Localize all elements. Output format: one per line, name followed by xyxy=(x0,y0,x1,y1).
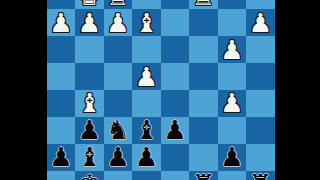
square-c2[interactable] xyxy=(189,9,218,36)
piece-white-pawn-e4[interactable]: ♟ xyxy=(132,63,161,90)
square-d1[interactable] xyxy=(161,0,190,9)
square-h6[interactable] xyxy=(47,117,76,144)
square-f4[interactable] xyxy=(104,63,133,90)
square-g4[interactable] xyxy=(75,63,104,90)
piece-black-pawn-g6[interactable]: ♟ xyxy=(75,117,104,144)
black-pawn-glyph: ♟ xyxy=(49,142,72,172)
white-bishop-glyph: ♝ xyxy=(135,8,158,38)
square-h5[interactable] xyxy=(47,90,76,117)
piece-white-rook-c1[interactable]: ♜ xyxy=(189,0,218,9)
black-bishop-glyph: ♝ xyxy=(78,142,101,172)
square-c4[interactable] xyxy=(189,63,218,90)
square-h3[interactable] xyxy=(47,36,76,63)
piece-white-pawn-g2[interactable]: ♟ xyxy=(75,9,104,36)
black-pawn-glyph: ♟ xyxy=(220,142,243,172)
square-b4[interactable] xyxy=(218,63,247,90)
piece-black-rook-a8[interactable]: ♜ xyxy=(246,171,275,180)
white-pawn-glyph: ♟ xyxy=(220,35,243,65)
square-a6[interactable] xyxy=(246,117,275,144)
piece-white-pawn-b3[interactable]: ♟ xyxy=(218,36,247,63)
square-c6[interactable] xyxy=(189,117,218,144)
piece-white-bishop-e2[interactable]: ♝ xyxy=(132,9,161,36)
square-e5[interactable] xyxy=(132,90,161,117)
piece-white-bishop-g5[interactable]: ♝ xyxy=(75,90,104,117)
black-pawn-glyph: ♟ xyxy=(78,115,101,145)
piece-white-pawn-a2[interactable]: ♟ xyxy=(246,9,275,36)
square-b1[interactable] xyxy=(218,0,247,9)
black-bishop-glyph: ♝ xyxy=(135,115,158,145)
piece-black-pawn-e7[interactable]: ♟ xyxy=(132,144,161,171)
square-g3[interactable] xyxy=(75,36,104,63)
piece-white-pawn-b5[interactable]: ♟ xyxy=(218,90,247,117)
black-knight-glyph: ♞ xyxy=(106,115,129,145)
square-a7[interactable] xyxy=(246,144,275,171)
square-a3[interactable] xyxy=(246,36,275,63)
square-d7[interactable] xyxy=(161,144,190,171)
piece-black-knight-f6[interactable]: ♞ xyxy=(104,117,133,144)
square-c7[interactable] xyxy=(189,144,218,171)
piece-black-rook-c8[interactable]: ♜ xyxy=(189,171,218,180)
piece-black-king-g8[interactable]: ♚ xyxy=(75,171,104,180)
piece-white-pawn-h2[interactable]: ♟ xyxy=(47,9,76,36)
piece-black-bishop-g7[interactable]: ♝ xyxy=(75,144,104,171)
black-pawn-glyph: ♟ xyxy=(106,142,129,172)
black-rook-glyph: ♜ xyxy=(249,169,272,180)
square-c5[interactable] xyxy=(189,90,218,117)
white-pawn-glyph: ♟ xyxy=(49,8,72,38)
white-pawn-glyph: ♟ xyxy=(78,8,101,38)
square-d8[interactable] xyxy=(161,171,190,180)
black-pawn-glyph: ♟ xyxy=(135,142,158,172)
piece-black-pawn-b7[interactable]: ♟ xyxy=(218,144,247,171)
white-bishop-glyph: ♝ xyxy=(78,88,101,118)
square-d5[interactable] xyxy=(161,90,190,117)
white-pawn-glyph: ♟ xyxy=(220,88,243,118)
square-d3[interactable] xyxy=(161,36,190,63)
square-a4[interactable] xyxy=(246,63,275,90)
piece-white-pawn-f2[interactable]: ♟ xyxy=(104,9,133,36)
piece-black-pawn-f7[interactable]: ♟ xyxy=(104,144,133,171)
square-b6[interactable] xyxy=(218,117,247,144)
black-rook-glyph: ♜ xyxy=(192,169,215,180)
black-pawn-glyph: ♟ xyxy=(163,115,186,145)
square-f3[interactable] xyxy=(104,36,133,63)
square-f5[interactable] xyxy=(104,90,133,117)
square-a5[interactable] xyxy=(246,90,275,117)
square-b2[interactable] xyxy=(218,9,247,36)
square-c3[interactable] xyxy=(189,36,218,63)
square-h4[interactable] xyxy=(47,63,76,90)
chess-board: ♚♜♜♟♟♟♝♟♟♟♝♟♟♞♝♟♟♝♟♟♟♚♜♜ xyxy=(47,0,275,180)
white-pawn-glyph: ♟ xyxy=(135,62,158,92)
black-king-glyph: ♚ xyxy=(78,169,101,180)
piece-black-pawn-h7[interactable]: ♟ xyxy=(47,144,76,171)
white-rook-glyph: ♜ xyxy=(192,0,215,11)
white-pawn-glyph: ♟ xyxy=(249,8,272,38)
piece-black-pawn-d6[interactable]: ♟ xyxy=(161,117,190,144)
white-pawn-glyph: ♟ xyxy=(106,8,129,38)
video-frame: ♚♜♜♟♟♟♝♟♟♟♝♟♟♞♝♟♟♝♟♟♟♚♜♜ xyxy=(0,0,320,180)
piece-black-bishop-e6[interactable]: ♝ xyxy=(132,117,161,144)
square-e3[interactable] xyxy=(132,36,161,63)
square-d2[interactable] xyxy=(161,9,190,36)
square-d4[interactable] xyxy=(161,63,190,90)
